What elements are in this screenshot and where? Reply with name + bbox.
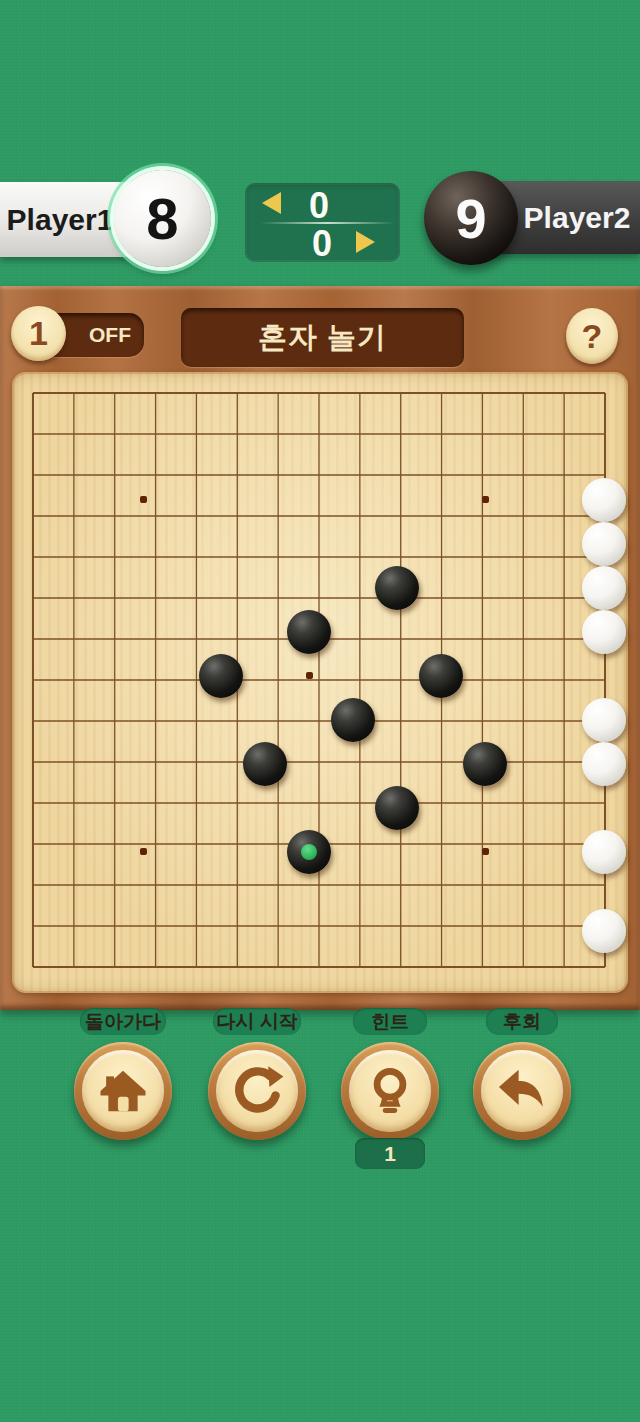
white-stone — [582, 830, 626, 874]
white-stone — [582, 742, 626, 786]
player2-ball-number: 9 — [455, 186, 486, 251]
mode-title: 혼자 놀기 — [258, 318, 387, 358]
score-bottom-value: 0 — [292, 223, 352, 265]
score-top-value: 0 — [289, 185, 349, 227]
player1-white-stone-ball: 8 — [114, 170, 211, 267]
star-point — [140, 848, 147, 855]
player1-ball-number: 8 — [146, 185, 178, 252]
mode-title-bar: 혼자 놀기 — [181, 308, 464, 367]
restart-button[interactable] — [208, 1042, 306, 1140]
home-button-label: 돌아가다 — [80, 1008, 166, 1035]
hint-button-label: 힌트 — [353, 1008, 427, 1035]
black-stone — [243, 742, 287, 786]
last-move-marker — [301, 844, 317, 860]
white-stone — [582, 909, 626, 953]
player2-black-stone-ball: 9 — [424, 171, 518, 265]
player1-name: Player1 — [0, 203, 120, 237]
black-stone — [419, 654, 463, 698]
hint-button[interactable] — [341, 1042, 439, 1140]
black-stone — [463, 742, 507, 786]
hint-count-badge: 1 — [355, 1138, 425, 1169]
black-stone — [287, 610, 331, 654]
toggle-number: 1 — [29, 314, 48, 353]
white-stone — [582, 478, 626, 522]
toggle-number-badge[interactable]: 1 — [11, 306, 66, 361]
hint-count-value: 1 — [384, 1142, 396, 1166]
score-left-arrow-icon[interactable] — [262, 192, 281, 214]
help-button[interactable]: ? — [566, 308, 618, 364]
black-stone — [375, 566, 419, 610]
board-grid[interactable] — [13, 373, 626, 988]
game-screen: Player1 8 0 0 Player2 9 OFF 1 혼자 놀기 ? 돌아… — [0, 0, 640, 1422]
star-point — [482, 496, 489, 503]
undo-button-label: 후회 — [486, 1008, 558, 1035]
black-stone — [331, 698, 375, 742]
white-stone — [582, 698, 626, 742]
star-point — [306, 672, 313, 679]
star-point — [482, 848, 489, 855]
score-right-arrow-icon[interactable] — [356, 231, 375, 253]
toggle-off-label: OFF — [80, 323, 140, 347]
game-board — [12, 372, 628, 993]
undo-arrow-icon — [495, 1064, 549, 1118]
restart-icon — [230, 1064, 284, 1118]
undo-button[interactable] — [473, 1042, 571, 1140]
white-stone — [582, 610, 626, 654]
white-stone — [582, 566, 626, 610]
black-stone — [287, 830, 331, 874]
restart-button-label: 다시 시작 — [213, 1008, 301, 1035]
black-stone — [375, 786, 419, 830]
home-button[interactable] — [74, 1042, 172, 1140]
home-icon — [96, 1064, 150, 1118]
black-stone — [199, 654, 243, 698]
help-question-mark: ? — [582, 317, 603, 356]
player2-name: Player2 — [514, 201, 640, 235]
white-stone — [582, 522, 626, 566]
star-point — [140, 496, 147, 503]
lightbulb-icon — [363, 1064, 417, 1118]
